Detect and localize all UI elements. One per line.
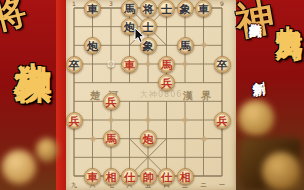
piece-red-advisor[interactable]: 仕: [158, 168, 175, 185]
piece-red-soldier[interactable]: 兵: [103, 93, 120, 110]
piece-black-elephant[interactable]: 象: [177, 0, 194, 17]
piece-glyph: 炮: [143, 134, 154, 145]
piece-glyph: 相: [106, 171, 117, 182]
piece-glyph: 仕: [161, 171, 172, 182]
river-label-right: 漢界: [183, 89, 219, 103]
file-label-bottom-二: 二: [201, 182, 207, 188]
piece-red-horse[interactable]: 馬: [158, 56, 175, 73]
piece-glyph: 馬: [180, 40, 191, 51]
piece-black-horse[interactable]: 馬: [121, 0, 138, 17]
file-label-top-3: 3: [109, 1, 113, 7]
piece-red-horse[interactable]: 馬: [103, 130, 120, 147]
piece-black-cannon[interactable]: 炮: [84, 37, 101, 54]
file-label-bottom-一: 一: [219, 182, 225, 188]
piece-red-soldier[interactable]: 兵: [214, 112, 231, 129]
piece-glyph: 車: [198, 3, 209, 14]
piece-glyph: 兵: [217, 115, 228, 126]
piece-glyph: 帥: [143, 171, 154, 182]
piece-glyph: 卒: [69, 59, 80, 70]
piece-red-elephant[interactable]: 相: [103, 168, 120, 185]
piece-glyph: 炮: [87, 40, 98, 51]
file-label-top-1: 1: [72, 1, 76, 7]
piece-glyph: 士: [161, 3, 172, 14]
piece-glyph: 仕: [124, 171, 135, 182]
piece-glyph: 兵: [69, 115, 80, 126]
piece-black-advisor[interactable]: 士: [158, 0, 175, 17]
piece-glyph: 象: [180, 3, 191, 14]
piece-red-chariot[interactable]: 車: [84, 168, 101, 185]
piece-glyph: 馬: [106, 134, 117, 145]
piece-glyph: 兵: [161, 78, 172, 89]
watermark-text: 大神0806: [140, 89, 182, 100]
piece-glyph: 兵: [106, 96, 117, 107]
piece-glyph: 車: [87, 3, 98, 14]
thumbnail-stage: 123456789 九八七六五四三二一 楚河 漢界 大神0806 車馬将士象車炮…: [0, 0, 304, 190]
right-banner-title: 中炮对屏风马: [271, 4, 304, 19]
piece-glyph: 馬: [124, 3, 135, 14]
piece-black-soldier[interactable]: 卒: [214, 56, 231, 73]
piece-glyph: 車: [87, 171, 98, 182]
piece-glyph: 馬: [161, 59, 172, 70]
piece-glyph: 相: [180, 171, 191, 182]
piece-black-general[interactable]: 将: [140, 0, 157, 17]
piece-glyph: 車: [124, 59, 135, 70]
piece-red-chariot[interactable]: 車: [121, 56, 138, 73]
mouse-cursor-icon: [134, 28, 146, 44]
piece-black-chariot[interactable]: 車: [195, 0, 212, 17]
piece-red-soldier[interactable]: 兵: [66, 112, 83, 129]
file-label-top-9: 9: [220, 1, 224, 7]
piece-red-cannon[interactable]: 炮: [140, 130, 157, 147]
piece-red-advisor[interactable]: 仕: [121, 168, 138, 185]
piece-glyph: 卒: [217, 59, 228, 70]
right-banner-subtitle: 象棋大師: [246, 12, 264, 16]
left-banner-title: 大神象棋: [7, 32, 58, 36]
piece-red-general[interactable]: 帥: [140, 168, 157, 185]
piece-glyph: 将: [143, 3, 154, 14]
piece-red-elephant[interactable]: 相: [177, 168, 194, 185]
piece-black-chariot[interactable]: 車: [84, 0, 101, 17]
piece-black-soldier[interactable]: 卒: [66, 56, 83, 73]
piece-black-horse[interactable]: 馬: [177, 37, 194, 54]
file-label-bottom-九: 九: [71, 182, 77, 188]
